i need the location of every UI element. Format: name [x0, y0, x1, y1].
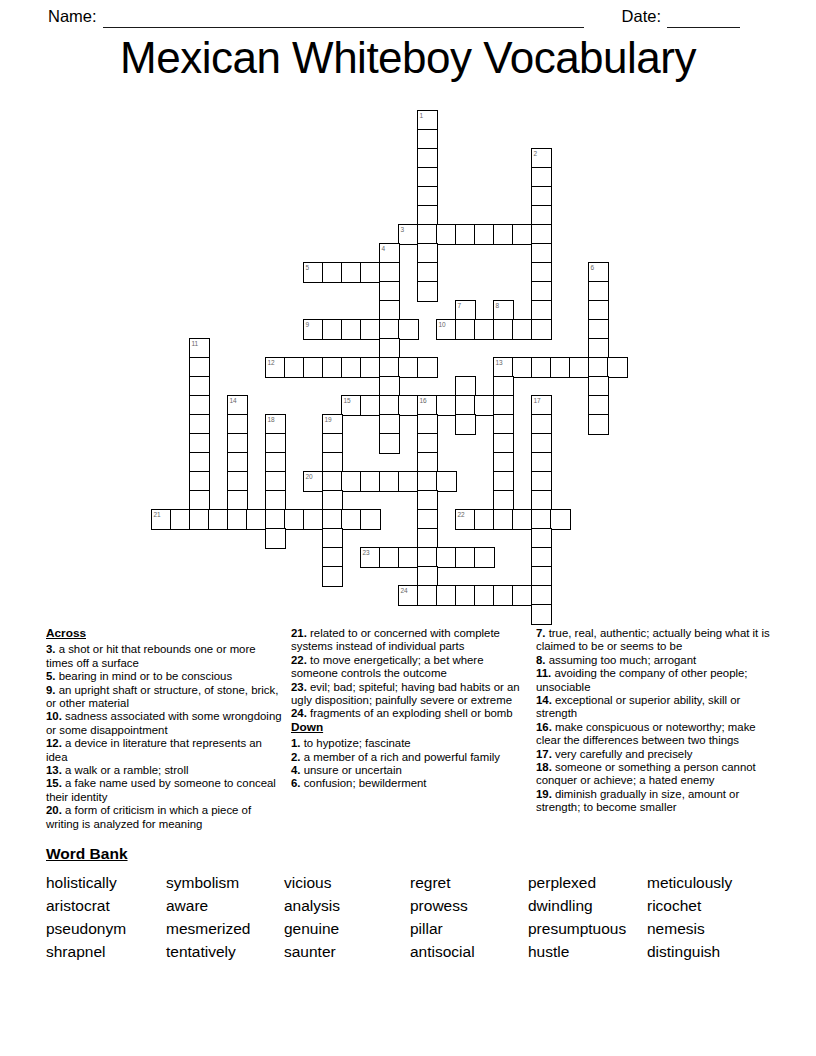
cell-25-19[interactable] [512, 585, 533, 606]
cell-24-14[interactable] [417, 566, 438, 587]
cell-7-14[interactable] [417, 243, 438, 264]
cell-19-6[interactable] [265, 471, 286, 492]
cell-8-23[interactable]: 6 [588, 262, 609, 283]
cell-19-4[interactable] [227, 471, 248, 492]
cell-24-20[interactable] [531, 566, 552, 587]
cell-21-8[interactable] [303, 509, 324, 530]
cell-16-2[interactable] [189, 414, 210, 435]
cell-23-17[interactable] [474, 547, 495, 568]
cell-15-14[interactable]: 16 [417, 395, 438, 416]
cell-8-14[interactable] [417, 262, 438, 283]
word-bank-word-distinguish: distinguish [647, 941, 769, 964]
cell-8-9[interactable] [322, 262, 343, 283]
clues-section: Across3. a shot or hit that rebounds one… [46, 627, 774, 831]
clue-number: 19 [325, 416, 332, 423]
cell-11-9[interactable] [322, 319, 343, 340]
clue-down-11: 11. avoiding the company of other people… [536, 667, 774, 694]
clue-number: 14 [230, 397, 237, 404]
clue-number: 9 [306, 321, 309, 328]
cell-13-21[interactable] [550, 357, 571, 378]
cell-19-11[interactable] [360, 471, 381, 492]
cell-15-10[interactable]: 15 [341, 395, 362, 416]
clue-across-3: 3. a shot or hit that rebounds one or mo… [46, 643, 283, 670]
cell-25-18[interactable] [493, 585, 514, 606]
clue-down-19: 19. diminish gradually in size, amount o… [536, 788, 774, 815]
clue-number: 15 [344, 397, 351, 404]
word-bank-word-hustle: hustle [528, 941, 647, 964]
cell-19-2[interactable] [189, 471, 210, 492]
cell-16-23[interactable] [588, 414, 609, 435]
cell-18-18[interactable] [493, 452, 514, 473]
cell-13-2[interactable] [189, 357, 210, 378]
cell-13-24[interactable] [607, 357, 628, 378]
cell-13-18[interactable]: 13 [493, 357, 514, 378]
cell-16-20[interactable] [531, 414, 552, 435]
clue-down-18: 18. someone or something a person cannot… [536, 761, 774, 788]
cell-10-18[interactable]: 8 [493, 300, 514, 321]
down-header: Down [291, 721, 528, 734]
cell-17-9[interactable] [322, 433, 343, 454]
cell-7-12[interactable]: 4 [379, 243, 400, 264]
clue-number: 12 [268, 359, 275, 366]
cell-3-20[interactable] [531, 167, 552, 188]
date-label: Date: [622, 5, 661, 28]
cell-20-4[interactable] [227, 490, 248, 511]
cell-20-14[interactable] [417, 490, 438, 511]
cell-13-10[interactable] [341, 357, 362, 378]
word-bank-word-perplexed: perplexed [528, 872, 647, 895]
cell-19-8[interactable]: 20 [303, 471, 324, 492]
clue-across-21: 21. related to or concerned with complet… [291, 627, 528, 654]
clue-across-13: 13. a walk or a ramble; stroll [46, 764, 283, 777]
clue-across-20: 20. a form of criticism in which a piece… [46, 804, 283, 831]
clue-down-2: 2. a member of a rich and powerful famil… [291, 751, 528, 764]
word-bank-word-pillar: pillar [410, 918, 528, 941]
clue-number: 8 [496, 302, 499, 309]
cell-23-15[interactable] [436, 547, 457, 568]
clue-across-10: 10. sadness associated with some wrongdo… [46, 710, 283, 737]
cell-18-20[interactable] [531, 452, 552, 473]
cell-16-18[interactable] [493, 414, 514, 435]
cell-15-12[interactable] [379, 395, 400, 416]
cell-17-14[interactable] [417, 433, 438, 454]
cell-10-16[interactable]: 7 [455, 300, 476, 321]
clue-down-16: 16. make conspicuous or noteworthy; make… [536, 721, 774, 748]
cell-12-12[interactable] [379, 338, 400, 359]
cell-14-2[interactable] [189, 376, 210, 397]
cell-24-9[interactable] [322, 566, 343, 587]
word-bank-grid: holisticallysymbolismviciousregretperple… [46, 872, 769, 964]
cell-11-23[interactable] [588, 319, 609, 340]
cell-21-11[interactable] [360, 509, 381, 530]
cell-13-8[interactable] [303, 357, 324, 378]
cell-23-11[interactable]: 23 [360, 547, 381, 568]
cell-16-12[interactable] [379, 414, 400, 435]
cell-11-11[interactable] [360, 319, 381, 340]
cell-16-6[interactable]: 18 [265, 414, 286, 435]
cell-25-14[interactable] [417, 585, 438, 606]
clue-across-9: 9. an upright shaft or structure, of sto… [46, 684, 283, 711]
cell-6-17[interactable] [474, 224, 495, 245]
word-bank-word-prowess: prowess [410, 895, 528, 918]
cell-22-20[interactable] [531, 528, 552, 549]
cell-21-19[interactable] [512, 509, 533, 530]
cell-2-20[interactable]: 2 [531, 148, 552, 169]
cell-11-8[interactable]: 9 [303, 319, 324, 340]
cell-9-14[interactable] [417, 281, 438, 302]
cell-10-12[interactable] [379, 300, 400, 321]
cell-4-20[interactable] [531, 186, 552, 207]
clue-number: 24 [401, 587, 408, 594]
cell-21-2[interactable] [189, 509, 210, 530]
cell-17-2[interactable] [189, 433, 210, 454]
clue-down-8: 8. assuming too much; arrogant [536, 654, 774, 667]
cell-13-20[interactable] [531, 357, 552, 378]
cell-25-15[interactable] [436, 585, 457, 606]
clue-number: 16 [420, 397, 427, 404]
cell-15-16[interactable] [455, 395, 476, 416]
cell-11-17[interactable] [474, 319, 495, 340]
cell-21-21[interactable] [550, 509, 571, 530]
word-bank-word-presumptuous: presumptuous [528, 918, 647, 941]
cell-1-14[interactable] [417, 129, 438, 150]
cell-25-17[interactable] [474, 585, 495, 606]
cell-22-9[interactable] [322, 528, 343, 549]
cell-19-14[interactable] [417, 471, 438, 492]
clue-number: 10 [439, 321, 446, 328]
cell-17-4[interactable] [227, 433, 248, 454]
cell-6-14[interactable] [417, 224, 438, 245]
cell-18-2[interactable] [189, 452, 210, 473]
cell-12-2[interactable]: 11 [189, 338, 210, 359]
cell-8-20[interactable] [531, 262, 552, 283]
word-bank-word-vicious: vicious [284, 872, 410, 895]
word-bank-section: Word Bank holisticallysymbolismviciousre… [46, 845, 769, 964]
cell-16-9[interactable]: 19 [322, 414, 343, 435]
cell-21-10[interactable] [341, 509, 362, 530]
cell-9-20[interactable] [531, 281, 552, 302]
clue-across-12: 12. a device in literature that represen… [46, 737, 283, 764]
word-bank-word-tentatively: tentatively [166, 941, 284, 964]
puzzle-title: Mexican Whiteboy Vocabulary [0, 33, 816, 83]
word-bank-word-mesmerized: mesmerized [166, 918, 284, 941]
cell-15-13[interactable] [398, 395, 419, 416]
word-bank-word-antisocial: antisocial [410, 941, 528, 964]
date-input-line[interactable] [667, 5, 740, 28]
cell-15-4[interactable]: 14 [227, 395, 248, 416]
cell-14-12[interactable] [379, 376, 400, 397]
clue-number: 13 [496, 359, 503, 366]
word-bank-word-aristocrat: aristocrat [46, 895, 166, 918]
cell-11-18[interactable] [493, 319, 514, 340]
word-bank-word-nemesis: nemesis [647, 918, 769, 941]
clue-across-15: 15. a fake name used by someone to conce… [46, 777, 283, 804]
word-bank-word-aware: aware [166, 895, 284, 918]
clue-number: 1 [420, 112, 423, 119]
cell-10-20[interactable] [531, 300, 552, 321]
cell-23-16[interactable] [455, 547, 476, 568]
cell-15-23[interactable] [588, 395, 609, 416]
cell-19-10[interactable] [341, 471, 362, 492]
cell-21-18[interactable] [493, 509, 514, 530]
cell-14-16[interactable] [455, 376, 476, 397]
cell-13-11[interactable] [360, 357, 381, 378]
cell-15-2[interactable] [189, 395, 210, 416]
cell-21-0[interactable]: 21 [151, 509, 172, 530]
cell-11-10[interactable] [341, 319, 362, 340]
clue-column-3: 7. true, real, authentic; actually being… [536, 627, 774, 831]
cell-13-23[interactable] [588, 357, 609, 378]
word-bank-word-genuine: genuine [284, 918, 410, 941]
word-bank-word-dwindling: dwindling [528, 895, 647, 918]
cell-13-14[interactable] [417, 357, 438, 378]
clue-number: 11 [192, 340, 198, 347]
clue-number: 7 [458, 302, 461, 309]
clue-number: 5 [306, 264, 309, 271]
cell-18-6[interactable] [265, 452, 286, 473]
clue-across-24: 24. fragments of an exploding shell or b… [291, 707, 528, 720]
cell-18-4[interactable] [227, 452, 248, 473]
cell-23-12[interactable] [379, 547, 400, 568]
cell-16-4[interactable] [227, 414, 248, 435]
cell-25-20[interactable] [531, 585, 552, 606]
word-bank-word-analysis: analysis [284, 895, 410, 918]
crossword-grid: 123456789101112131415161718192021222324 [151, 110, 629, 626]
cell-6-20[interactable] [531, 224, 552, 245]
cell-21-9[interactable] [322, 509, 343, 530]
cell-11-19[interactable] [512, 319, 533, 340]
clue-number: 6 [591, 264, 594, 271]
word-bank-word-symbolism: symbolism [166, 872, 284, 895]
clue-number: 2 [534, 150, 537, 157]
cell-16-16[interactable] [455, 414, 476, 435]
clue-number: 20 [306, 473, 313, 480]
cell-9-12[interactable] [379, 281, 400, 302]
cell-16-14[interactable] [417, 414, 438, 435]
cell-6-15[interactable] [436, 224, 457, 245]
cell-25-16[interactable] [455, 585, 476, 606]
cell-11-16[interactable] [455, 319, 476, 340]
cell-6-19[interactable] [512, 224, 533, 245]
cell-0-14[interactable]: 1 [417, 110, 438, 131]
clue-down-1: 1. to hypotize; fascinate [291, 737, 528, 750]
clue-number: 21 [154, 511, 161, 518]
word-bank-word-regret: regret [410, 872, 528, 895]
cell-8-11[interactable] [360, 262, 381, 283]
cell-22-14[interactable] [417, 528, 438, 549]
cell-20-6[interactable] [265, 490, 286, 511]
cell-15-18[interactable] [493, 395, 514, 416]
word-bank-header: Word Bank [46, 845, 769, 863]
clue-down-14: 14. exceptional or superior ability, ski… [536, 694, 774, 721]
cell-4-14[interactable] [417, 186, 438, 207]
cell-5-14[interactable] [417, 205, 438, 226]
cell-15-17[interactable] [474, 395, 495, 416]
cell-7-20[interactable] [531, 243, 552, 264]
cell-22-6[interactable] [265, 528, 286, 549]
cell-13-7[interactable] [284, 357, 305, 378]
cell-6-13[interactable]: 3 [398, 224, 419, 245]
cell-15-20[interactable]: 17 [531, 395, 552, 416]
cell-21-3[interactable] [208, 509, 229, 530]
cell-21-6[interactable] [265, 509, 286, 530]
cell-19-15[interactable] [436, 471, 457, 492]
clue-column-2: 21. related to or concerned with complet… [291, 627, 536, 831]
word-bank-word-ricochet: ricochet [647, 895, 769, 918]
cell-17-18[interactable] [493, 433, 514, 454]
cell-13-6[interactable]: 12 [265, 357, 286, 378]
cell-19-9[interactable] [322, 471, 343, 492]
cell-21-20[interactable] [531, 509, 552, 530]
cell-25-13[interactable]: 24 [398, 585, 419, 606]
cell-20-18[interactable] [493, 490, 514, 511]
cell-3-14[interactable] [417, 167, 438, 188]
cell-26-20[interactable] [531, 604, 552, 625]
worksheet-page: Name: Date: Mexican Whiteboy Vocabulary … [0, 0, 816, 1056]
clue-down-17: 17. very carefully and precisely [536, 748, 774, 761]
cell-17-20[interactable] [531, 433, 552, 454]
word-bank-word-holistically: holistically [46, 872, 166, 895]
cell-13-9[interactable] [322, 357, 343, 378]
clue-across-23: 23. evil; bad; spiteful; having bad habi… [291, 681, 528, 708]
cell-20-20[interactable] [531, 490, 552, 511]
clue-down-6: 6. confusion; bewilderment [291, 777, 528, 790]
cell-18-9[interactable] [322, 452, 343, 473]
clue-column-1: Across3. a shot or hit that rebounds one… [46, 627, 291, 831]
cell-17-6[interactable] [265, 433, 286, 454]
cell-14-23[interactable] [588, 376, 609, 397]
cell-11-15[interactable]: 10 [436, 319, 457, 340]
cell-19-20[interactable] [531, 471, 552, 492]
cell-15-15[interactable] [436, 395, 457, 416]
clue-number: 3 [401, 226, 404, 233]
name-label: Name: [48, 5, 97, 28]
clue-across-5: 5. bearing in mind or to be conscious [46, 670, 283, 683]
cell-21-14[interactable] [417, 509, 438, 530]
cell-18-14[interactable] [417, 452, 438, 473]
cell-19-13[interactable] [398, 471, 419, 492]
word-bank-word-shrapnel: shrapnel [46, 941, 166, 964]
cell-23-13[interactable] [398, 547, 419, 568]
clue-down-4: 4. unsure or uncertain [291, 764, 528, 777]
cell-20-9[interactable] [322, 490, 343, 511]
cell-6-16[interactable] [455, 224, 476, 245]
cell-11-12[interactable] [379, 319, 400, 340]
cell-5-20[interactable] [531, 205, 552, 226]
cell-15-11[interactable] [360, 395, 381, 416]
across-header: Across [46, 627, 283, 640]
cell-9-23[interactable] [588, 281, 609, 302]
cell-17-12[interactable] [379, 433, 400, 454]
clue-number: 17 [534, 397, 541, 404]
cell-11-13[interactable] [398, 319, 419, 340]
word-bank-word-pseudonym: pseudonym [46, 918, 166, 941]
cell-13-12[interactable] [379, 357, 400, 378]
word-bank-word-saunter: saunter [284, 941, 410, 964]
cell-20-2[interactable] [189, 490, 210, 511]
cell-23-20[interactable] [531, 547, 552, 568]
cell-13-22[interactable] [569, 357, 590, 378]
cell-13-19[interactable] [512, 357, 533, 378]
cell-12-23[interactable] [588, 338, 609, 359]
clue-number: 23 [363, 549, 370, 556]
clue-number: 18 [268, 416, 275, 423]
cell-21-5[interactable] [246, 509, 267, 530]
header-row: Name: Date: [48, 5, 740, 28]
cell-10-23[interactable] [588, 300, 609, 321]
word-bank-word-meticulously: meticulously [647, 872, 769, 895]
clue-across-22: 22. to move energetically; a bet where s… [291, 654, 528, 681]
clue-down-7: 7. true, real, authentic; actually being… [536, 627, 774, 654]
cell-19-18[interactable] [493, 471, 514, 492]
cell-8-8[interactable]: 5 [303, 262, 324, 283]
cell-21-4[interactable] [227, 509, 248, 530]
cell-8-12[interactable] [379, 262, 400, 283]
cell-21-17[interactable] [474, 509, 495, 530]
cell-21-7[interactable] [284, 509, 305, 530]
cell-2-14[interactable] [417, 148, 438, 169]
cell-23-9[interactable] [322, 547, 343, 568]
cell-13-13[interactable] [398, 357, 419, 378]
cell-8-10[interactable] [341, 262, 362, 283]
name-input-line[interactable] [103, 5, 584, 28]
cell-11-20[interactable] [531, 319, 552, 340]
cell-19-12[interactable] [379, 471, 400, 492]
cell-14-18[interactable] [493, 376, 514, 397]
cell-6-18[interactable] [493, 224, 514, 245]
cell-21-16[interactable]: 22 [455, 509, 476, 530]
cell-23-14[interactable] [417, 547, 438, 568]
clue-number: 22 [458, 511, 465, 518]
clue-number: 4 [382, 245, 385, 252]
cell-21-1[interactable] [170, 509, 191, 530]
